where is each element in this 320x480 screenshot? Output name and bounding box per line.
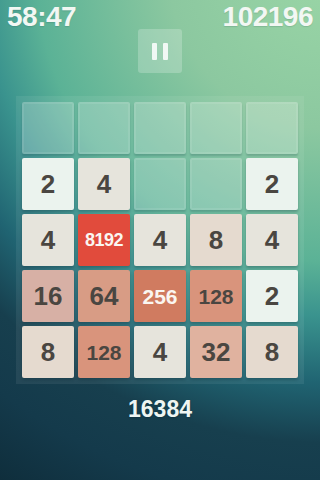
pause-button[interactable]: [138, 29, 182, 73]
top-bar: 58:47 102196: [0, 3, 320, 31]
pause-icon: [152, 43, 157, 60]
pause-icon: [163, 43, 168, 60]
best-tile-label: 16384: [0, 396, 320, 423]
tile-2: 2: [22, 158, 74, 210]
tile-4: 4: [134, 326, 186, 378]
tile-4: 4: [134, 214, 186, 266]
empty-cell: [190, 158, 242, 210]
game-screen: 58:47 102196 242481924841664256128281284…: [0, 0, 320, 480]
tile-32: 32: [190, 326, 242, 378]
tile-2: 2: [246, 158, 298, 210]
tile-8192: 8192: [78, 214, 130, 266]
empty-cell: [246, 102, 298, 154]
empty-cell: [134, 102, 186, 154]
tile-8: 8: [246, 326, 298, 378]
tile-2: 2: [246, 270, 298, 322]
board[interactable]: 242481924841664256128281284328: [16, 96, 304, 384]
score-display: 102196: [223, 3, 313, 31]
tile-4: 4: [246, 214, 298, 266]
tile-128: 128: [190, 270, 242, 322]
tile-4: 4: [78, 158, 130, 210]
empty-cell: [22, 102, 74, 154]
empty-cell: [134, 158, 186, 210]
tile-8: 8: [22, 326, 74, 378]
tile-64: 64: [78, 270, 130, 322]
tile-256: 256: [134, 270, 186, 322]
tile-8: 8: [190, 214, 242, 266]
timer-display: 58:47: [7, 3, 76, 31]
empty-cell: [190, 102, 242, 154]
tile-16: 16: [22, 270, 74, 322]
tile-4: 4: [22, 214, 74, 266]
empty-cell: [78, 102, 130, 154]
tile-128: 128: [78, 326, 130, 378]
